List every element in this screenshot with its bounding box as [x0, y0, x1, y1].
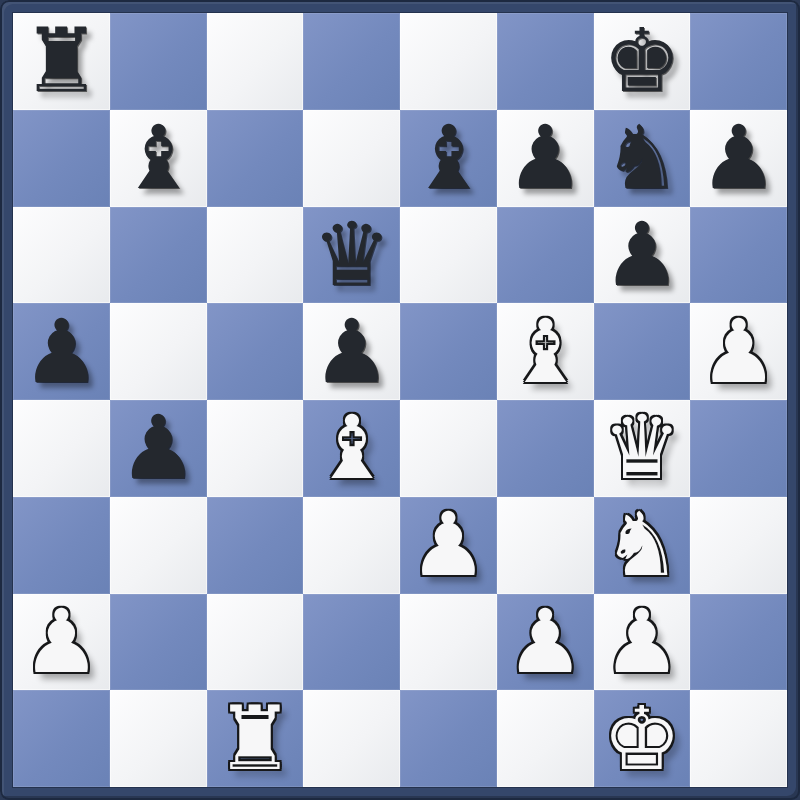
square-e4[interactable] [400, 400, 497, 497]
black-pawn[interactable]: ♟ [13, 303, 110, 400]
square-h3[interactable] [690, 497, 787, 594]
square-a1[interactable] [13, 690, 110, 787]
square-g5[interactable] [594, 303, 691, 400]
black-knight[interactable]: ♞ [594, 110, 691, 207]
square-a4[interactable] [13, 400, 110, 497]
square-d8[interactable] [303, 13, 400, 110]
black-pawn[interactable]: ♟ [690, 110, 787, 207]
black-pawn[interactable]: ♟ [303, 303, 400, 400]
square-g7[interactable]: ♞ [594, 110, 691, 207]
black-bishop[interactable]: ♝ [110, 110, 207, 207]
square-h2[interactable] [690, 594, 787, 691]
square-d2[interactable] [303, 594, 400, 691]
white-pawn[interactable]: ♟ [594, 594, 691, 691]
white-pawn[interactable]: ♟ [400, 497, 497, 594]
square-a3[interactable] [13, 497, 110, 594]
board-frame: ♜♚♝♝♟♞♟♛♟♟♟♝♟♟♝♛♟♞♟♟♟♜♚ [0, 0, 800, 800]
square-a7[interactable] [13, 110, 110, 207]
square-c6[interactable] [207, 207, 304, 304]
square-f8[interactable] [497, 13, 594, 110]
square-d1[interactable] [303, 690, 400, 787]
square-b6[interactable] [110, 207, 207, 304]
square-b8[interactable] [110, 13, 207, 110]
square-d4[interactable]: ♝ [303, 400, 400, 497]
square-a8[interactable]: ♜ [13, 13, 110, 110]
chess-board: ♜♚♝♝♟♞♟♛♟♟♟♝♟♟♝♛♟♞♟♟♟♜♚ [13, 13, 787, 787]
white-bishop[interactable]: ♝ [303, 400, 400, 497]
white-knight[interactable]: ♞ [594, 497, 691, 594]
black-queen[interactable]: ♛ [303, 207, 400, 304]
square-g4[interactable]: ♛ [594, 400, 691, 497]
white-queen[interactable]: ♛ [594, 400, 691, 497]
square-b5[interactable] [110, 303, 207, 400]
square-b3[interactable] [110, 497, 207, 594]
square-f4[interactable] [497, 400, 594, 497]
square-c8[interactable] [207, 13, 304, 110]
square-d3[interactable] [303, 497, 400, 594]
black-pawn[interactable]: ♟ [110, 400, 207, 497]
square-e2[interactable] [400, 594, 497, 691]
square-b7[interactable]: ♝ [110, 110, 207, 207]
square-c5[interactable] [207, 303, 304, 400]
square-c4[interactable] [207, 400, 304, 497]
square-g6[interactable]: ♟ [594, 207, 691, 304]
square-e5[interactable] [400, 303, 497, 400]
white-bishop[interactable]: ♝ [497, 303, 594, 400]
square-e7[interactable]: ♝ [400, 110, 497, 207]
square-f7[interactable]: ♟ [497, 110, 594, 207]
white-king[interactable]: ♚ [594, 690, 691, 787]
square-f3[interactable] [497, 497, 594, 594]
white-rook[interactable]: ♜ [207, 690, 304, 787]
white-pawn[interactable]: ♟ [497, 594, 594, 691]
square-f1[interactable] [497, 690, 594, 787]
white-pawn[interactable]: ♟ [690, 303, 787, 400]
square-b4[interactable]: ♟ [110, 400, 207, 497]
square-e3[interactable]: ♟ [400, 497, 497, 594]
square-f6[interactable] [497, 207, 594, 304]
square-c2[interactable] [207, 594, 304, 691]
square-e6[interactable] [400, 207, 497, 304]
square-e8[interactable] [400, 13, 497, 110]
black-bishop[interactable]: ♝ [400, 110, 497, 207]
square-h7[interactable]: ♟ [690, 110, 787, 207]
square-c3[interactable] [207, 497, 304, 594]
square-a2[interactable]: ♟ [13, 594, 110, 691]
square-a5[interactable]: ♟ [13, 303, 110, 400]
square-g8[interactable]: ♚ [594, 13, 691, 110]
square-f2[interactable]: ♟ [497, 594, 594, 691]
square-a6[interactable] [13, 207, 110, 304]
square-c1[interactable]: ♜ [207, 690, 304, 787]
black-pawn[interactable]: ♟ [497, 110, 594, 207]
square-d5[interactable]: ♟ [303, 303, 400, 400]
square-d6[interactable]: ♛ [303, 207, 400, 304]
square-h5[interactable]: ♟ [690, 303, 787, 400]
black-king[interactable]: ♚ [594, 13, 691, 110]
black-rook[interactable]: ♜ [13, 13, 110, 110]
square-d7[interactable] [303, 110, 400, 207]
square-b2[interactable] [110, 594, 207, 691]
square-g2[interactable]: ♟ [594, 594, 691, 691]
square-h6[interactable] [690, 207, 787, 304]
square-h8[interactable] [690, 13, 787, 110]
square-h4[interactable] [690, 400, 787, 497]
square-g1[interactable]: ♚ [594, 690, 691, 787]
square-f5[interactable]: ♝ [497, 303, 594, 400]
white-pawn[interactable]: ♟ [13, 594, 110, 691]
square-b1[interactable] [110, 690, 207, 787]
black-pawn[interactable]: ♟ [594, 207, 691, 304]
square-e1[interactable] [400, 690, 497, 787]
square-h1[interactable] [690, 690, 787, 787]
square-g3[interactable]: ♞ [594, 497, 691, 594]
square-c7[interactable] [207, 110, 304, 207]
